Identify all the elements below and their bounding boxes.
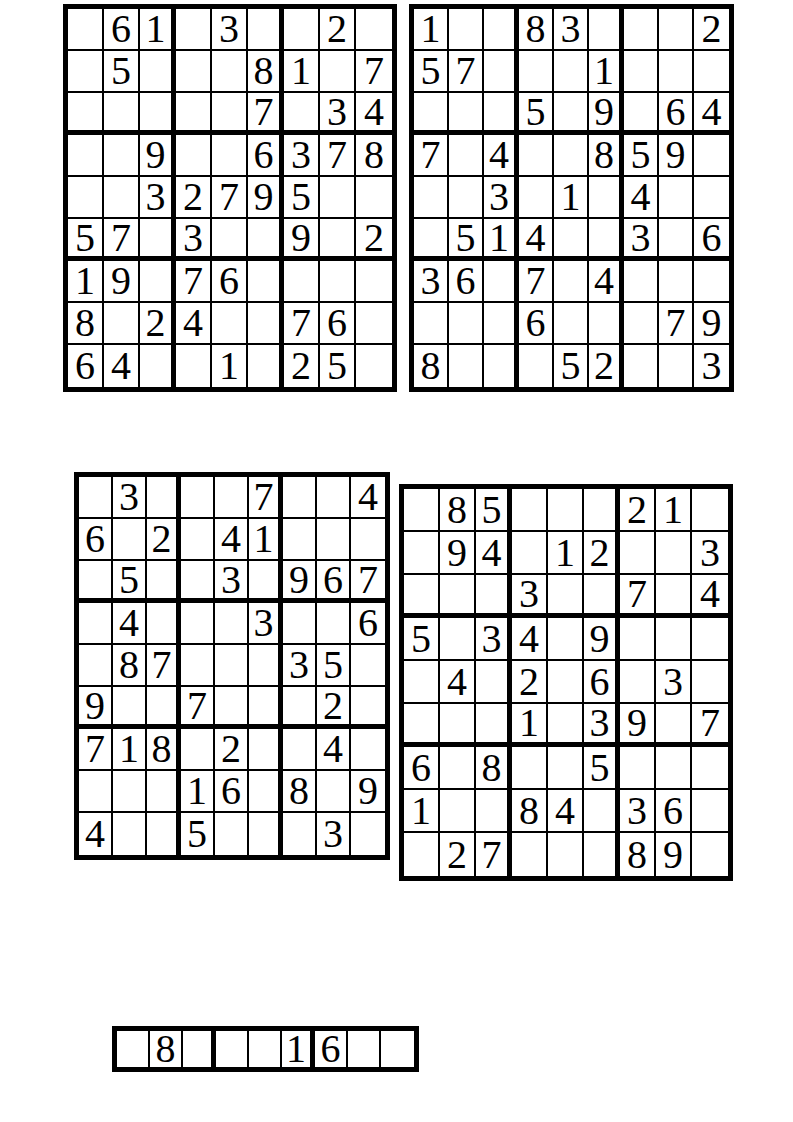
cell-r6c2-given: 7	[104, 219, 140, 261]
cell-r8c7-given: 3	[620, 790, 656, 833]
sudoku-grid-middle-left: 3746241539674368735972718241689453	[74, 472, 390, 860]
cell-r1c8-given: 1	[656, 489, 692, 532]
cell-r4c4-empty[interactable]	[181, 603, 215, 645]
cell-r3c5-empty[interactable]	[212, 93, 248, 135]
cell-r3c3-empty[interactable]	[147, 561, 181, 603]
cell-r5c9-empty[interactable]	[692, 661, 728, 704]
cell-r7c2-given: 1	[113, 729, 147, 771]
cell-r4c9-empty[interactable]	[692, 618, 728, 661]
cell-r3c4-given: 5	[519, 93, 554, 135]
cell-r6c4-given: 4	[519, 219, 554, 261]
cell-r3c7-given: 7	[620, 575, 656, 618]
cell-r1c2-empty[interactable]	[449, 9, 484, 51]
cell-r5c6-given: 9	[248, 177, 284, 219]
cell-r6c3-empty[interactable]	[140, 219, 176, 261]
cell-r3c7-empty[interactable]	[624, 93, 659, 135]
cell-r4c1-given: 5	[404, 618, 440, 661]
cell-r9c9-empty[interactable]	[351, 813, 385, 855]
cell-r4c4-empty[interactable]	[519, 135, 554, 177]
cell-r5c8-given: 3	[656, 661, 692, 704]
cell-r4c1-empty[interactable]	[68, 135, 104, 177]
cell-r9c1-given: 6	[68, 345, 104, 387]
cell-r8c2-empty[interactable]	[104, 303, 140, 345]
cell-r8c1-empty[interactable]	[79, 771, 113, 813]
cell-r8c1-given: 1	[404, 790, 440, 833]
cell-r1c1-empty[interactable]	[79, 477, 113, 519]
cell-r7c9-empty[interactable]	[692, 747, 728, 790]
cell-r1c9-empty[interactable]	[356, 9, 392, 51]
cell-r7c8-empty[interactable]	[659, 261, 694, 303]
cell-r7c5-empty[interactable]	[554, 261, 589, 303]
cell-r8c5-empty[interactable]	[212, 303, 248, 345]
cell-r1c4-empty[interactable]	[181, 477, 215, 519]
cell-r5c4-given: 2	[176, 177, 212, 219]
cell-r4c6-given: 6	[248, 135, 284, 177]
cell-r7c5-empty[interactable]	[548, 747, 584, 790]
cell-r2c3-given: 4	[476, 532, 512, 575]
cell-r5c6-empty[interactable]	[589, 177, 624, 219]
worksheet-page: 6132581773496378327955739219768247664125…	[0, 0, 793, 1122]
cell-r9c3-empty[interactable]	[140, 345, 176, 387]
cell-r5c9-empty[interactable]	[356, 177, 392, 219]
cell-r5c6-empty[interactable]	[249, 645, 283, 687]
cell-r3c1-empty[interactable]	[404, 575, 440, 618]
cell-r1c6-given: 1	[282, 1031, 315, 1067]
cell-r3c9-given: 7	[351, 561, 385, 603]
cell-r9c2-empty[interactable]	[449, 345, 484, 387]
cell-r1c6-empty[interactable]	[584, 489, 620, 532]
cell-r9c5-given: 1	[212, 345, 248, 387]
cell-r2c1-given: 6	[79, 519, 113, 561]
cell-r5c2-empty[interactable]	[449, 177, 484, 219]
cell-r5c2-empty[interactable]	[104, 177, 140, 219]
cell-r1c7-empty[interactable]	[283, 477, 317, 519]
cell-r2c1-empty[interactable]	[404, 532, 440, 575]
cell-r3c5-empty[interactable]	[548, 575, 584, 618]
cell-r8c4-given: 8	[512, 790, 548, 833]
cell-r8c9-empty[interactable]	[356, 303, 392, 345]
cell-r3c6-given: 7	[248, 93, 284, 135]
cell-r9c1-given: 4	[79, 813, 113, 855]
cell-r8c5-given: 4	[548, 790, 584, 833]
cell-r9c6-empty[interactable]	[249, 813, 283, 855]
cell-r4c5-empty[interactable]	[212, 135, 248, 177]
cell-r6c3-given: 1	[484, 219, 519, 261]
cell-r7c5-given: 6	[212, 261, 248, 303]
cell-r6c2-empty[interactable]	[440, 704, 476, 747]
cell-r8c6-empty[interactable]	[589, 303, 624, 345]
cell-r4c6-given: 3	[249, 603, 283, 645]
cell-r5c8-empty[interactable]	[320, 177, 356, 219]
cell-r9c2-empty[interactable]	[113, 813, 147, 855]
cell-r4c9-given: 8	[356, 135, 392, 177]
cell-r2c8-empty[interactable]	[656, 532, 692, 575]
cell-r2c9-empty[interactable]	[694, 51, 729, 93]
cell-r8c8-empty[interactable]	[317, 771, 351, 813]
cell-r2c5-given: 1	[548, 532, 584, 575]
cell-r3c8-given: 3	[320, 93, 356, 135]
cell-r2c5-empty[interactable]	[554, 51, 589, 93]
cell-r7c7-empty[interactable]	[620, 747, 656, 790]
cell-r4c7-given: 3	[284, 135, 320, 177]
cell-r5c3-empty[interactable]	[476, 661, 512, 704]
cell-r2c7-empty[interactable]	[624, 51, 659, 93]
cell-r7c7-empty[interactable]	[284, 261, 320, 303]
cell-r3c7-empty[interactable]	[284, 93, 320, 135]
cell-r7c1-given: 6	[404, 747, 440, 790]
cell-r8c7-empty[interactable]	[624, 303, 659, 345]
cell-r4c8-empty[interactable]	[656, 618, 692, 661]
cell-r8c8-given: 6	[656, 790, 692, 833]
cell-r1c3-empty[interactable]	[183, 1031, 216, 1067]
cell-r1c5-empty[interactable]	[548, 489, 584, 532]
cell-r3c4-given: 3	[512, 575, 548, 618]
cell-r1c3-given: 1	[140, 9, 176, 51]
cell-r4c9-given: 6	[351, 603, 385, 645]
cell-r2c4-empty[interactable]	[176, 51, 212, 93]
cell-r9c5-given: 5	[554, 345, 589, 387]
cell-r3c6-empty[interactable]	[584, 575, 620, 618]
cell-r8c6-empty[interactable]	[249, 771, 283, 813]
cell-r9c6-empty[interactable]	[248, 345, 284, 387]
cell-r8c2-empty[interactable]	[440, 790, 476, 833]
cell-r7c5-given: 2	[215, 729, 249, 771]
cell-r4c5-empty[interactable]	[548, 618, 584, 661]
cell-r1c1-empty[interactable]	[404, 489, 440, 532]
cell-r4c2-empty[interactable]	[440, 618, 476, 661]
cell-r3c5-empty[interactable]	[554, 93, 589, 135]
cell-r3c2-given: 5	[113, 561, 147, 603]
cell-r9c1-empty[interactable]	[404, 833, 440, 876]
cell-r9c5-empty[interactable]	[215, 813, 249, 855]
cell-r7c3-given: 8	[147, 729, 181, 771]
cell-r9c4-empty[interactable]	[176, 345, 212, 387]
cell-r3c4-empty[interactable]	[176, 93, 212, 135]
cell-r1c9-given: 2	[694, 9, 729, 51]
cell-r9c4-empty[interactable]	[512, 833, 548, 876]
cell-r2c1-empty[interactable]	[68, 51, 104, 93]
cell-r2c4-empty[interactable]	[512, 532, 548, 575]
cell-r2c3-empty[interactable]	[140, 51, 176, 93]
cell-r6c5-empty[interactable]	[554, 219, 589, 261]
cell-r2c6-given: 2	[584, 532, 620, 575]
cell-r6c4-given: 3	[176, 219, 212, 261]
cell-r6c6-empty[interactable]	[248, 219, 284, 261]
cell-r2c2-given: 7	[449, 51, 484, 93]
cell-r4c5-empty[interactable]	[554, 135, 589, 177]
cell-r4c1-given: 7	[414, 135, 449, 177]
cell-r9c3-empty[interactable]	[484, 345, 519, 387]
cell-r1c2-given: 8	[150, 1031, 183, 1067]
cell-r8c3-empty[interactable]	[147, 771, 181, 813]
cell-r5c1-empty[interactable]	[404, 661, 440, 704]
cell-r4c4-given: 4	[512, 618, 548, 661]
cell-r5c7-given: 3	[283, 645, 317, 687]
cell-r8c6-empty[interactable]	[248, 303, 284, 345]
cell-r6c8-empty[interactable]	[656, 704, 692, 747]
cell-r4c2-empty[interactable]	[104, 135, 140, 177]
cell-r1c8-empty[interactable]	[659, 9, 694, 51]
cell-r9c7-empty[interactable]	[624, 345, 659, 387]
cell-r1c1-empty[interactable]	[68, 9, 104, 51]
cell-r9c9-empty[interactable]	[356, 345, 392, 387]
cell-r4c1-empty[interactable]	[79, 603, 113, 645]
cell-r2c4-empty[interactable]	[181, 519, 215, 561]
cell-r1c5-given: 3	[212, 9, 248, 51]
cell-r1c6-empty[interactable]	[248, 9, 284, 51]
cell-r7c3-empty[interactable]	[140, 261, 176, 303]
cell-r7c8-empty[interactable]	[320, 261, 356, 303]
cell-r1c3-empty[interactable]	[484, 9, 519, 51]
cell-r1c4-empty[interactable]	[216, 1031, 249, 1067]
cell-r3c6-empty[interactable]	[249, 561, 283, 603]
cell-r6c5-empty[interactable]	[215, 687, 249, 729]
cell-r4c8-empty[interactable]	[317, 603, 351, 645]
cell-r5c1-empty[interactable]	[68, 177, 104, 219]
cell-r4c3-given: 3	[476, 618, 512, 661]
cell-r4c3-given: 9	[140, 135, 176, 177]
cell-r5c7-given: 4	[624, 177, 659, 219]
cell-r1c2-given: 8	[440, 489, 476, 532]
cell-r7c1-given: 3	[414, 261, 449, 303]
cell-r3c5-given: 3	[215, 561, 249, 603]
cell-r2c8-empty[interactable]	[317, 519, 351, 561]
cell-r2c3-empty[interactable]	[484, 51, 519, 93]
cell-r1c8-empty[interactable]	[348, 1031, 381, 1067]
cell-r1c4-given: 8	[519, 9, 554, 51]
cell-r9c8-given: 9	[656, 833, 692, 876]
cell-r6c7-empty[interactable]	[283, 687, 317, 729]
cell-r6c8-empty[interactable]	[320, 219, 356, 261]
cell-r6c9-given: 6	[694, 219, 729, 261]
cell-r6c8-given: 2	[317, 687, 351, 729]
cell-r3c9-given: 4	[356, 93, 392, 135]
cell-r6c8-empty[interactable]	[659, 219, 694, 261]
cell-r3c3-empty[interactable]	[476, 575, 512, 618]
cell-r4c4-empty[interactable]	[176, 135, 212, 177]
cell-r2c6-given: 8	[248, 51, 284, 93]
cell-r8c6-empty[interactable]	[584, 790, 620, 833]
cell-r9c8-given: 5	[320, 345, 356, 387]
cell-r4c7-empty[interactable]	[283, 603, 317, 645]
cell-r7c3-given: 8	[476, 747, 512, 790]
cell-r1c7-given: 2	[620, 489, 656, 532]
cell-r8c9-empty[interactable]	[692, 790, 728, 833]
cell-r2c7-given: 1	[284, 51, 320, 93]
cell-r6c2-empty[interactable]	[113, 687, 147, 729]
cell-r7c1-given: 7	[79, 729, 113, 771]
cell-r3c2-empty[interactable]	[440, 575, 476, 618]
cell-r9c6-given: 2	[589, 345, 624, 387]
cell-r4c7-empty[interactable]	[620, 618, 656, 661]
cell-r9c9-empty[interactable]	[692, 833, 728, 876]
cell-r1c6-given: 7	[249, 477, 283, 519]
cell-r9c5-empty[interactable]	[548, 833, 584, 876]
cell-r2c2-given: 5	[104, 51, 140, 93]
cell-r1c2-given: 3	[113, 477, 147, 519]
cell-r6c6-empty[interactable]	[249, 687, 283, 729]
cell-r2c7-empty[interactable]	[620, 532, 656, 575]
cell-r9c3-given: 7	[476, 833, 512, 876]
cell-r1c5-given: 3	[554, 9, 589, 51]
cell-r1c4-empty[interactable]	[512, 489, 548, 532]
cell-r4c3-empty[interactable]	[147, 603, 181, 645]
cell-r8c5-empty[interactable]	[554, 303, 589, 345]
cell-r6c7-given: 9	[620, 704, 656, 747]
sudoku-grid-middle-right: 852194123374534942631397685184362789	[399, 484, 733, 881]
cell-r6c5-empty[interactable]	[548, 704, 584, 747]
cell-r4c2-given: 4	[113, 603, 147, 645]
cell-r9c2-given: 4	[104, 345, 140, 387]
cell-r1c7-given: 6	[315, 1031, 348, 1067]
cell-r7c9-empty[interactable]	[694, 261, 729, 303]
cell-r3c1-empty[interactable]	[68, 93, 104, 135]
cell-r6c1-empty[interactable]	[414, 219, 449, 261]
cell-r5c4-empty[interactable]	[181, 645, 215, 687]
cell-r3c8-given: 6	[317, 561, 351, 603]
cell-r2c1-given: 5	[414, 51, 449, 93]
cell-r7c7-empty[interactable]	[283, 729, 317, 771]
cell-r8c2-empty[interactable]	[113, 771, 147, 813]
cell-r2c6-given: 1	[589, 51, 624, 93]
cell-r8c2-empty[interactable]	[449, 303, 484, 345]
cell-r2c8-empty[interactable]	[659, 51, 694, 93]
cell-r1c5-empty[interactable]	[215, 477, 249, 519]
cell-r9c4-given: 5	[181, 813, 215, 855]
cell-r5c7-given: 5	[284, 177, 320, 219]
cell-r5c5-given: 1	[554, 177, 589, 219]
cell-r2c5-empty[interactable]	[212, 51, 248, 93]
cell-r3c3-empty[interactable]	[484, 93, 519, 135]
cell-r1c3-empty[interactable]	[147, 477, 181, 519]
cell-r6c9-empty[interactable]	[351, 687, 385, 729]
cell-r6c3-empty[interactable]	[476, 704, 512, 747]
cell-r8c4-given: 1	[181, 771, 215, 813]
cell-r8c1-given: 8	[68, 303, 104, 345]
cell-r2c2-empty[interactable]	[113, 519, 147, 561]
cell-r3c3-empty[interactable]	[140, 93, 176, 135]
cell-r9c3-empty[interactable]	[147, 813, 181, 855]
cell-r2c4-empty[interactable]	[519, 51, 554, 93]
cell-r5c5-empty[interactable]	[215, 645, 249, 687]
cell-r8c5-given: 6	[215, 771, 249, 813]
cell-r6c6-given: 3	[584, 704, 620, 747]
cell-r7c9-empty[interactable]	[351, 729, 385, 771]
cell-r6c6-empty[interactable]	[589, 219, 624, 261]
cell-r5c1-empty[interactable]	[414, 177, 449, 219]
cell-r7c9-empty[interactable]	[356, 261, 392, 303]
cell-r3c4-empty[interactable]	[181, 561, 215, 603]
cell-r7c3-empty[interactable]	[484, 261, 519, 303]
cell-r5c5-given: 7	[212, 177, 248, 219]
cell-r6c5-empty[interactable]	[212, 219, 248, 261]
cell-r1c5-empty[interactable]	[249, 1031, 282, 1067]
cell-r2c8-empty[interactable]	[320, 51, 356, 93]
cell-r3c1-empty[interactable]	[79, 561, 113, 603]
cell-r6c7-given: 9	[284, 219, 320, 261]
cell-r6c3-empty[interactable]	[147, 687, 181, 729]
cell-r7c6-empty[interactable]	[248, 261, 284, 303]
cell-r1c7-empty[interactable]	[284, 9, 320, 51]
cell-r2c9-given: 7	[356, 51, 392, 93]
cell-r8c8-given: 7	[659, 303, 694, 345]
cell-r7c4-given: 7	[519, 261, 554, 303]
cell-r1c4-empty[interactable]	[176, 9, 212, 51]
cell-r3c8-given: 6	[659, 93, 694, 135]
cell-r8c3-empty[interactable]	[476, 790, 512, 833]
cell-r9c1-given: 8	[414, 345, 449, 387]
cell-r1c6-empty[interactable]	[589, 9, 624, 51]
cell-r4c7-given: 5	[624, 135, 659, 177]
cell-r7c8-empty[interactable]	[656, 747, 692, 790]
cell-r7c7-empty[interactable]	[624, 261, 659, 303]
cell-r7c6-given: 4	[589, 261, 624, 303]
cell-r3c6-given: 9	[589, 93, 624, 135]
cell-r5c9-empty[interactable]	[694, 177, 729, 219]
cell-r9c6-empty[interactable]	[584, 833, 620, 876]
sudoku-grid-top-right: 18325715964748593145143636746798523	[409, 4, 734, 392]
cell-r6c4-given: 1	[512, 704, 548, 747]
cell-r8c9-given: 9	[694, 303, 729, 345]
cell-r5c2-given: 8	[113, 645, 147, 687]
cell-r7c4-given: 7	[176, 261, 212, 303]
cell-r1c2-given: 6	[104, 9, 140, 51]
cell-r9c7-empty[interactable]	[283, 813, 317, 855]
cell-r6c9-given: 2	[356, 219, 392, 261]
cell-r5c8-empty[interactable]	[659, 177, 694, 219]
cell-r7c6-empty[interactable]	[249, 729, 283, 771]
sudoku-strip-bottom: 816	[112, 1026, 419, 1072]
cell-r2c9-empty[interactable]	[351, 519, 385, 561]
cell-r5c9-empty[interactable]	[351, 645, 385, 687]
cell-r5c4-empty[interactable]	[519, 177, 554, 219]
cell-r2c5-given: 4	[215, 519, 249, 561]
cell-r6c1-given: 9	[79, 687, 113, 729]
cell-r1c9-given: 4	[351, 477, 385, 519]
cell-r8c4-given: 4	[176, 303, 212, 345]
cell-r3c2-empty[interactable]	[104, 93, 140, 135]
cell-r5c7-empty[interactable]	[620, 661, 656, 704]
cell-r1c1-empty[interactable]	[117, 1031, 150, 1067]
cell-r8c3-empty[interactable]	[484, 303, 519, 345]
cell-r7c4-empty[interactable]	[512, 747, 548, 790]
cell-r6c1-empty[interactable]	[404, 704, 440, 747]
cell-r1c9-empty[interactable]	[692, 489, 728, 532]
cell-r3c7-given: 9	[283, 561, 317, 603]
cell-r8c1-empty[interactable]	[414, 303, 449, 345]
cell-r7c4-empty[interactable]	[181, 729, 215, 771]
cell-r4c2-empty[interactable]	[449, 135, 484, 177]
cell-r5c5-empty[interactable]	[548, 661, 584, 704]
cell-r1c8-given: 2	[320, 9, 356, 51]
cell-r3c8-empty[interactable]	[656, 575, 692, 618]
cell-r9c2-given: 2	[440, 833, 476, 876]
cell-r9c8-empty[interactable]	[659, 345, 694, 387]
cell-r5c1-empty[interactable]	[79, 645, 113, 687]
cell-r9c4-empty[interactable]	[519, 345, 554, 387]
cell-r3c2-empty[interactable]	[449, 93, 484, 135]
cell-r1c8-empty[interactable]	[317, 477, 351, 519]
cell-r1c7-empty[interactable]	[624, 9, 659, 51]
cell-r3c1-empty[interactable]	[414, 93, 449, 135]
cell-r6c7-given: 3	[624, 219, 659, 261]
cell-r8c9-given: 9	[351, 771, 385, 813]
cell-r4c5-empty[interactable]	[215, 603, 249, 645]
cell-r4c9-empty[interactable]	[694, 135, 729, 177]
cell-r7c2-empty[interactable]	[440, 747, 476, 790]
cell-r2c7-empty[interactable]	[283, 519, 317, 561]
cell-r1c9-empty[interactable]	[381, 1031, 414, 1067]
